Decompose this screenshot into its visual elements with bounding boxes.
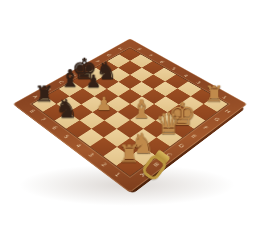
- square-a6: ♞: [54, 112, 79, 129]
- white-queen-d1: ♛: [156, 108, 182, 140]
- white-pawn-c5: ♟: [92, 94, 116, 114]
- white-bishop-d3: ♝: [130, 95, 155, 123]
- board-grid: ♜♞♚♚♟♝♛♝♟♞♜♞♜: [32, 48, 227, 175]
- white-rook-h1: ♜: [203, 82, 227, 106]
- square-a1: ♜: [116, 156, 143, 176]
- board-frame: 87654321 87654321 HGFEDCBA HGFEDCBA ♜♞♚♚…: [13, 38, 248, 192]
- black-pawn-d7: ♟: [82, 72, 105, 91]
- square-d1: ♛: [156, 129, 182, 147]
- black-rook-a8: ♜: [32, 82, 56, 106]
- square-h1: ♜: [203, 96, 227, 112]
- white-rook-a1: ♜: [116, 141, 143, 168]
- black-bishop-c8: ♝: [59, 65, 82, 91]
- coord-label-5: 5: [57, 130, 76, 144]
- product-photo: 87654321 87654321 HGFEDCBA HGFEDCBA ♜♞♚♚…: [0, 0, 260, 240]
- chess-board: 87654321 87654321 HGFEDCBA HGFEDCBA ♜♞♚♚…: [47, 21, 213, 187]
- black-knight-a6: ♞: [54, 95, 79, 123]
